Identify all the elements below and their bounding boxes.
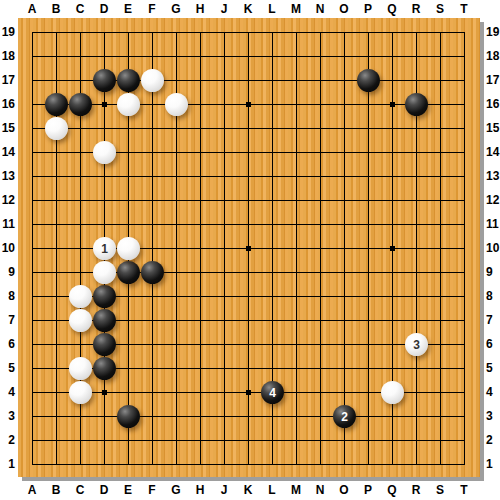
star-point-K4 — [246, 390, 251, 395]
row-label-left-4: 4 — [1, 384, 15, 400]
stone-black-C16[interactable] — [69, 93, 92, 116]
stone-black-F9[interactable] — [141, 261, 164, 284]
star-point-Q10 — [390, 246, 395, 251]
move-label-4: 4 — [261, 381, 284, 404]
col-label-top-E: E — [116, 1, 140, 17]
stone-black-P17[interactable] — [357, 69, 380, 92]
row-label-left-9: 9 — [1, 264, 15, 280]
row-label-right-17: 17 — [486, 72, 500, 88]
star-point-K16 — [246, 102, 251, 107]
row-label-left-1: 1 — [1, 456, 15, 472]
row-label-right-12: 12 — [486, 192, 500, 208]
row-label-right-2: 2 — [486, 432, 500, 448]
stone-white-D10[interactable]: 1 — [93, 237, 116, 260]
stone-white-R6[interactable]: 3 — [405, 333, 428, 356]
stone-white-D9[interactable] — [93, 261, 116, 284]
stone-white-B15[interactable] — [45, 117, 68, 140]
row-label-left-7: 7 — [1, 312, 15, 328]
col-label-bottom-Q: Q — [380, 482, 404, 498]
row-label-right-16: 16 — [486, 96, 500, 112]
stone-black-D17[interactable] — [93, 69, 116, 92]
stone-white-F17[interactable] — [141, 69, 164, 92]
go-board[interactable]: 4213 — [18, 18, 480, 477]
col-label-top-D: D — [92, 1, 116, 17]
stone-white-C7[interactable] — [69, 309, 92, 332]
stone-black-E17[interactable] — [117, 69, 140, 92]
col-label-top-H: H — [188, 1, 212, 17]
col-label-bottom-T: T — [452, 482, 476, 498]
col-label-bottom-J: J — [212, 482, 236, 498]
grid-line-horizontal — [32, 464, 465, 465]
move-label-1: 1 — [93, 237, 116, 260]
col-label-bottom-F: F — [140, 482, 164, 498]
stone-black-E3[interactable] — [117, 405, 140, 428]
grid-line-vertical — [368, 32, 369, 465]
col-label-bottom-E: E — [116, 482, 140, 498]
row-label-left-13: 13 — [1, 168, 15, 184]
col-label-bottom-L: L — [260, 482, 284, 498]
col-label-top-K: K — [236, 1, 260, 17]
row-label-left-15: 15 — [1, 120, 15, 136]
grid-line-horizontal — [32, 416, 465, 417]
stone-black-D6[interactable] — [93, 333, 116, 356]
col-label-top-O: O — [332, 1, 356, 17]
row-label-left-6: 6 — [1, 336, 15, 352]
grid-line-vertical — [344, 32, 345, 465]
row-label-left-16: 16 — [1, 96, 15, 112]
col-label-bottom-B: B — [44, 482, 68, 498]
col-label-bottom-A: A — [20, 482, 44, 498]
row-label-left-8: 8 — [1, 288, 15, 304]
move-label-2: 2 — [333, 405, 356, 428]
stone-white-C4[interactable] — [69, 381, 92, 404]
row-label-right-1: 1 — [486, 456, 500, 472]
row-label-right-11: 11 — [486, 216, 500, 232]
col-label-bottom-R: R — [404, 482, 428, 498]
col-label-top-B: B — [44, 1, 68, 17]
stone-white-G16[interactable] — [165, 93, 188, 116]
row-label-right-18: 18 — [486, 48, 500, 64]
row-label-left-12: 12 — [1, 192, 15, 208]
grid-line-vertical — [320, 32, 321, 465]
grid-line-vertical — [464, 32, 465, 465]
row-label-left-3: 3 — [1, 408, 15, 424]
stone-black-R16[interactable] — [405, 93, 428, 116]
stone-white-E16[interactable] — [117, 93, 140, 116]
col-label-bottom-K: K — [236, 482, 260, 498]
stone-black-L4[interactable]: 4 — [261, 381, 284, 404]
col-label-top-J: J — [212, 1, 236, 17]
row-label-right-10: 10 — [486, 240, 500, 256]
col-label-bottom-H: H — [188, 482, 212, 498]
stone-black-D7[interactable] — [93, 309, 116, 332]
col-label-top-R: R — [404, 1, 428, 17]
go-diagram-page: 4213 AABBCCDDEEFFGGHHJJKKLLMMNNOOPPQQRRS… — [0, 0, 500, 500]
stone-black-O3[interactable]: 2 — [333, 405, 356, 428]
row-label-right-7: 7 — [486, 312, 500, 328]
row-label-left-5: 5 — [1, 360, 15, 376]
row-label-right-13: 13 — [486, 168, 500, 184]
stone-black-B16[interactable] — [45, 93, 68, 116]
col-label-top-P: P — [356, 1, 380, 17]
col-label-top-A: A — [20, 1, 44, 17]
col-label-top-T: T — [452, 1, 476, 17]
row-label-right-3: 3 — [486, 408, 500, 424]
row-label-left-18: 18 — [1, 48, 15, 64]
star-point-D4 — [102, 390, 107, 395]
col-label-bottom-C: C — [68, 482, 92, 498]
col-label-bottom-N: N — [308, 482, 332, 498]
stone-black-E9[interactable] — [117, 261, 140, 284]
col-label-bottom-M: M — [284, 482, 308, 498]
row-label-right-19: 19 — [486, 24, 500, 40]
col-label-top-N: N — [308, 1, 332, 17]
col-label-bottom-P: P — [356, 482, 380, 498]
col-label-bottom-O: O — [332, 482, 356, 498]
col-label-bottom-D: D — [92, 482, 116, 498]
row-label-left-19: 19 — [1, 24, 15, 40]
stone-black-D5[interactable] — [93, 357, 116, 380]
row-label-right-5: 5 — [486, 360, 500, 376]
col-label-top-C: C — [68, 1, 92, 17]
star-point-K10 — [246, 246, 251, 251]
row-label-left-11: 11 — [1, 216, 15, 232]
col-label-top-G: G — [164, 1, 188, 17]
star-point-D16 — [102, 102, 107, 107]
stone-white-Q4[interactable] — [381, 381, 404, 404]
grid-line-vertical — [440, 32, 441, 465]
col-label-top-L: L — [260, 1, 284, 17]
col-label-top-F: F — [140, 1, 164, 17]
row-label-right-9: 9 — [486, 264, 500, 280]
row-label-left-17: 17 — [1, 72, 15, 88]
col-label-bottom-G: G — [164, 482, 188, 498]
stone-white-C8[interactable] — [69, 285, 92, 308]
stone-black-D8[interactable] — [93, 285, 116, 308]
star-point-Q16 — [390, 102, 395, 107]
col-label-bottom-S: S — [428, 482, 452, 498]
row-label-right-15: 15 — [486, 120, 500, 136]
col-label-top-Q: Q — [380, 1, 404, 17]
col-label-top-S: S — [428, 1, 452, 17]
row-label-right-6: 6 — [486, 336, 500, 352]
stone-white-C5[interactable] — [69, 357, 92, 380]
row-label-right-4: 4 — [486, 384, 500, 400]
row-label-left-14: 14 — [1, 144, 15, 160]
row-label-left-2: 2 — [1, 432, 15, 448]
grid-line-horizontal — [32, 440, 465, 441]
grid-line-vertical — [296, 32, 297, 465]
stone-white-E10[interactable] — [117, 237, 140, 260]
stone-white-D14[interactable] — [93, 141, 116, 164]
row-label-left-10: 10 — [1, 240, 15, 256]
row-label-right-14: 14 — [486, 144, 500, 160]
row-label-right-8: 8 — [486, 288, 500, 304]
move-label-3: 3 — [405, 333, 428, 356]
col-label-top-M: M — [284, 1, 308, 17]
